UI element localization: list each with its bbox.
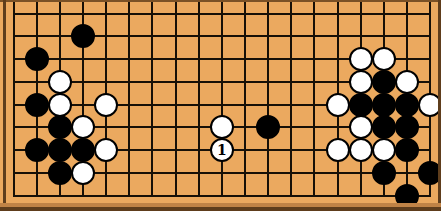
- black-stone: [25, 93, 49, 117]
- board-frame-bottom: [0, 207, 441, 211]
- black-stone: [71, 138, 95, 162]
- white-stone: [372, 47, 396, 71]
- go-diagram: 1: [0, 0, 441, 211]
- black-stone: [48, 115, 72, 139]
- grid-line-vertical: [313, 2, 315, 197]
- grid-line-horizontal: [13, 13, 432, 15]
- white-stone: [326, 138, 350, 162]
- white-stone-move-1: 1: [210, 138, 234, 162]
- black-stone: [395, 138, 419, 162]
- grid-line-vertical: [198, 2, 200, 197]
- white-stone: [395, 70, 419, 94]
- black-stone: [372, 70, 396, 94]
- white-stone: [71, 161, 95, 185]
- grid-line-vertical: [128, 2, 130, 197]
- black-stone: [395, 115, 419, 139]
- board-frame-left: [3, 0, 6, 211]
- white-stone: [349, 47, 373, 71]
- black-stone: [71, 24, 95, 48]
- black-stone: [256, 115, 280, 139]
- board-frame-top: [0, 0, 441, 2]
- black-stone: [349, 93, 373, 117]
- grid-line-vertical: [244, 2, 246, 197]
- black-stone: [48, 161, 72, 185]
- grid-line-vertical: [290, 2, 292, 197]
- white-stone: [349, 138, 373, 162]
- grid-line-horizontal: [13, 195, 432, 197]
- white-stone: [372, 138, 396, 162]
- white-stone: [48, 70, 72, 94]
- white-stone: [94, 138, 118, 162]
- black-stone: [372, 161, 396, 185]
- white-stone: [210, 115, 234, 139]
- grid-line-vertical: [175, 2, 177, 197]
- black-stone: [395, 93, 419, 117]
- black-stone: [25, 47, 49, 71]
- white-stone: [94, 93, 118, 117]
- grid-line-vertical: [151, 2, 153, 197]
- grid-line-vertical: [221, 2, 223, 197]
- black-stone: [25, 138, 49, 162]
- white-stone: [349, 70, 373, 94]
- move-number-label: 1: [217, 140, 227, 160]
- black-stone: [372, 93, 396, 117]
- white-stone: [71, 115, 95, 139]
- black-stone: [372, 115, 396, 139]
- white-stone: [326, 93, 350, 117]
- black-stone: [48, 138, 72, 162]
- grid-line-vertical: [267, 2, 269, 197]
- white-stone: [48, 93, 72, 117]
- grid-line-vertical: [13, 2, 15, 197]
- white-stone: [349, 115, 373, 139]
